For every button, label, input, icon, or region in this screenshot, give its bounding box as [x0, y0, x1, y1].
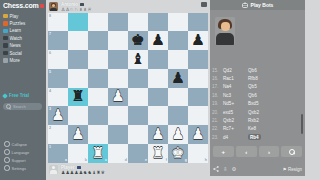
- square-d1[interactable]: d: [108, 144, 128, 163]
- rank-label-6: 6: [49, 51, 51, 55]
- social-icon: [3, 51, 8, 56]
- square-e2[interactable]: [128, 125, 148, 144]
- board-options-icon[interactable]: [201, 2, 207, 8]
- footer-item-label: Support: [12, 158, 26, 163]
- square-f3[interactable]: [148, 106, 168, 125]
- bottom-player-flag-icon: [77, 166, 81, 169]
- footer-item-support[interactable]: Support: [4, 157, 26, 163]
- more-icon: [3, 58, 8, 63]
- footer-item-collapse[interactable]: Collapse: [4, 141, 27, 147]
- play-bots-panel: Play Bots 15.Qd2Qb616.Rac1Rfb817.Na4Qb51…: [210, 0, 305, 176]
- square-c5[interactable]: [88, 69, 108, 88]
- square-f2[interactable]: ♟: [148, 125, 168, 144]
- rank-label-5: 5: [49, 70, 51, 74]
- black-move[interactable]: Qxb2: [248, 110, 259, 115]
- square-c8[interactable]: [88, 13, 108, 32]
- search-placeholder: Search: [13, 104, 26, 109]
- white-move[interactable]: exd5: [223, 110, 233, 115]
- black-pawn[interactable]: ♟: [168, 69, 188, 88]
- sidebar-item-label: Play: [10, 14, 19, 19]
- move-row: 22.Rc7+Ke8: [212, 125, 302, 133]
- collapse-icon: [4, 141, 10, 147]
- back-button[interactable]: ‹: [236, 146, 257, 157]
- sidebar-item-news[interactable]: News: [3, 42, 21, 49]
- footer-item-language[interactable]: Language: [4, 149, 29, 155]
- move-number: 21.: [212, 118, 223, 123]
- support-icon: [4, 157, 10, 163]
- chess-board: 87♚♟♟6♝5♟4♜♟3♟2♟♟♟♟1abc♜def♜g♚h: [48, 13, 208, 163]
- share-icon[interactable]: [213, 166, 219, 172]
- square-c2[interactable]: [88, 125, 108, 144]
- move-controls: + ‹ ›: [213, 146, 302, 157]
- square-b4[interactable]: ♜: [68, 88, 88, 107]
- square-d2[interactable]: [108, 125, 128, 144]
- black-move-current[interactable]: Rb4: [248, 134, 261, 140]
- move-number: 19.: [212, 101, 223, 106]
- move-number: 15.: [212, 68, 223, 73]
- move-row: 21.Qxb2Rxb2: [212, 116, 302, 124]
- sidebar: Chess.com PlayPuzzlesLearnWatchNewsSocia…: [0, 0, 46, 180]
- sidebar-item-label: Puzzles: [10, 21, 26, 26]
- square-a2[interactable]: 2: [48, 125, 68, 144]
- notification-badge: [40, 4, 44, 8]
- black-rook[interactable]: ♜: [68, 88, 88, 107]
- move-row: 15.Qd2Qb6: [212, 66, 302, 74]
- square-g7[interactable]: [168, 31, 188, 50]
- square-a6[interactable]: 6: [48, 50, 68, 69]
- square-e8[interactable]: [128, 13, 148, 32]
- footer-item-label: Settings: [12, 166, 26, 171]
- black-move[interactable]: Qb5: [248, 84, 257, 89]
- sidebar-item-more[interactable]: More: [3, 57, 20, 64]
- square-h7[interactable]: ♟: [188, 31, 208, 50]
- black-move[interactable]: Bxd5: [248, 101, 258, 106]
- sidebar-item-label: Social: [10, 51, 22, 56]
- square-h4[interactable]: [188, 88, 208, 107]
- white-pawn[interactable]: ♟: [148, 125, 168, 144]
- white-rook[interactable]: ♜: [148, 144, 168, 163]
- sidebar-item-label: More: [10, 58, 20, 63]
- square-f5[interactable]: [148, 69, 168, 88]
- square-h3[interactable]: [188, 106, 208, 125]
- white-pawn[interactable]: ♟: [48, 106, 68, 125]
- square-h1[interactable]: h: [188, 144, 208, 163]
- panel-header: Play Bots: [210, 0, 305, 10]
- square-c1[interactable]: c♜: [88, 144, 108, 163]
- bot-avatar[interactable]: [215, 17, 235, 45]
- move-number: 20.: [212, 110, 223, 115]
- rank-label-4: 4: [49, 89, 51, 93]
- black-move[interactable]: Rxb2: [248, 118, 259, 123]
- square-b1[interactable]: b: [68, 144, 88, 163]
- square-b7[interactable]: [68, 31, 88, 50]
- square-g6[interactable]: [168, 50, 188, 69]
- sidebar-item-label: Watch: [10, 36, 23, 41]
- move-row: 19.Nd5+Bxd5: [212, 100, 302, 108]
- rank-label-2: 2: [49, 126, 51, 130]
- move-number: 17.: [212, 84, 223, 89]
- white-pawn[interactable]: ♟: [188, 125, 208, 144]
- bottom-player-avatar[interactable]: [49, 165, 58, 174]
- file-label-e: e: [145, 158, 147, 162]
- top-player-name[interactable]: Antonio: [61, 2, 84, 7]
- square-a7[interactable]: 7: [48, 31, 68, 50]
- black-king[interactable]: ♚: [128, 31, 148, 50]
- rank-label-8: 8: [49, 14, 51, 18]
- sidebar-item-puzzles[interactable]: Puzzles: [3, 20, 25, 27]
- play-icon: [3, 14, 8, 19]
- move-row: 18.Nc3Qb6: [212, 91, 302, 99]
- white-move[interactable]: Na4: [223, 84, 231, 89]
- square-g8[interactable]: [168, 13, 188, 32]
- black-move[interactable]: Qb6: [248, 93, 257, 98]
- black-move[interactable]: Qb6: [248, 68, 257, 73]
- black-pawn[interactable]: ♟: [188, 31, 208, 50]
- search-icon: [6, 104, 11, 109]
- learn-icon: [3, 29, 8, 34]
- white-king[interactable]: ♚: [168, 144, 188, 163]
- square-b3[interactable]: [68, 106, 88, 125]
- settings-gear-icon[interactable]: ⚙: [232, 166, 237, 172]
- square-d4[interactable]: ♟: [108, 88, 128, 107]
- square-a3[interactable]: 3♟: [48, 106, 68, 125]
- panel-title: Play Bots: [251, 2, 274, 8]
- file-label-b: b: [85, 158, 87, 162]
- white-move[interactable]: Rac1: [223, 76, 234, 81]
- square-d7[interactable]: [108, 31, 128, 50]
- news-icon: [3, 43, 8, 48]
- white-move[interactable]: Qd2: [223, 68, 232, 73]
- sidebar-item-social[interactable]: Social: [3, 50, 22, 57]
- square-d6[interactable]: [108, 50, 128, 69]
- square-b2[interactable]: ♟: [68, 125, 88, 144]
- download-icon[interactable]: ⇩: [223, 166, 228, 172]
- square-f1[interactable]: f♜: [148, 144, 168, 163]
- file-label-d: d: [125, 158, 127, 162]
- white-move[interactable]: Nd5+: [223, 101, 234, 106]
- resign-button[interactable]: ⚑ Resign: [282, 167, 302, 172]
- chesscom-logo[interactable]: Chess.com: [3, 2, 44, 9]
- top-player-flag-icon: [80, 3, 84, 6]
- white-pawn[interactable]: ♟: [168, 125, 188, 144]
- bottom-player-bar: Player ♟♟♟♟♟♞♞♝♜♛: [48, 163, 208, 179]
- square-c6[interactable]: [88, 50, 108, 69]
- sidebar-item-label: Learn: [10, 28, 22, 33]
- bottom-player-captured-pieces: ♟♟♟♟♟♞♞♝♜♛: [61, 170, 105, 175]
- square-g4[interactable]: [168, 88, 188, 107]
- white-move[interactable]: Qxb2: [223, 118, 234, 123]
- move-row: 17.Na4Qb5: [212, 83, 302, 91]
- square-b5[interactable]: [68, 69, 88, 88]
- square-e1[interactable]: e: [128, 144, 148, 163]
- flag-icon: ⚑: [282, 167, 286, 172]
- white-pawn[interactable]: ♟: [68, 125, 88, 144]
- move-number: 23.: [212, 135, 223, 140]
- black-pawn[interactable]: ♟: [148, 31, 168, 50]
- bottom-player-name[interactable]: Player: [61, 165, 81, 170]
- sidebar-item-watch[interactable]: Watch: [3, 35, 22, 42]
- move-list-scrollbar[interactable]: [301, 114, 303, 134]
- black-bishop[interactable]: ♝: [128, 50, 148, 69]
- puzzles-icon: [3, 21, 8, 26]
- white-move[interactable]: Rc7+: [223, 126, 234, 131]
- diamond-icon: [2, 93, 8, 99]
- square-b6[interactable]: [68, 50, 88, 69]
- white-rook[interactable]: ♜: [88, 144, 108, 163]
- panel-footer: ⇩ ⚙ ⚑ Resign: [213, 164, 302, 174]
- square-d8[interactable]: [108, 13, 128, 32]
- search-input[interactable]: Search: [3, 103, 42, 110]
- square-e4[interactable]: [128, 88, 148, 107]
- square-c7[interactable]: [88, 31, 108, 50]
- move-number: 22.: [212, 126, 223, 131]
- white-move[interactable]: Nc3: [223, 93, 231, 98]
- analysis-button[interactable]: [281, 146, 302, 157]
- top-player-bar: Antonio ♙♙♘♘♗♗♕: [48, 0, 208, 12]
- forward-button[interactable]: ›: [259, 146, 280, 157]
- move-row: 16.Rac1Rfb8: [212, 74, 302, 82]
- sidebar-item-learn[interactable]: Learn: [3, 27, 21, 34]
- move-number: 16.: [212, 76, 223, 81]
- square-a5[interactable]: 5: [48, 69, 68, 88]
- square-f6[interactable]: [148, 50, 168, 69]
- top-player-avatar[interactable]: [49, 2, 58, 11]
- square-g1[interactable]: g♚: [168, 144, 188, 163]
- square-a1[interactable]: 1a: [48, 144, 68, 163]
- square-g3[interactable]: [168, 106, 188, 125]
- square-f4[interactable]: [148, 88, 168, 107]
- square-c4[interactable]: [88, 88, 108, 107]
- square-d3[interactable]: [108, 106, 128, 125]
- move-number: 18.: [212, 93, 223, 98]
- move-list: 15.Qd2Qb616.Rac1Rfb817.Na4Qb518.Nc3Qb619…: [212, 66, 302, 144]
- square-e6[interactable]: ♝: [128, 50, 148, 69]
- white-pawn[interactable]: ♟: [108, 88, 128, 107]
- language-icon: [4, 149, 10, 155]
- file-label-h: h: [205, 158, 207, 162]
- free-trial-label: Free Trial: [9, 93, 29, 98]
- square-a4[interactable]: 4: [48, 88, 68, 107]
- square-h8[interactable]: [188, 13, 208, 32]
- square-b8[interactable]: [68, 13, 88, 32]
- rank-label-1: 1: [49, 145, 51, 149]
- sidebar-item-play[interactable]: Play: [3, 13, 18, 20]
- square-h6[interactable]: [188, 50, 208, 69]
- rank-label-7: 7: [49, 32, 51, 36]
- footer-item-label: Language: [12, 150, 30, 155]
- square-c3[interactable]: [88, 106, 108, 125]
- robot-icon: [242, 2, 248, 8]
- watch-icon: [3, 36, 8, 41]
- black-move[interactable]: Ke8: [248, 126, 256, 131]
- footer-item-label: Collapse: [12, 142, 28, 147]
- square-e5[interactable]: [128, 69, 148, 88]
- file-label-a: a: [65, 158, 67, 162]
- square-a8[interactable]: 8: [48, 13, 68, 32]
- footer-item-settings[interactable]: Settings: [4, 165, 26, 171]
- square-g2[interactable]: ♟: [168, 125, 188, 144]
- move-row: 20.exd5Qxb2: [212, 108, 302, 116]
- square-h5[interactable]: [188, 69, 208, 88]
- settings-icon: [4, 165, 10, 171]
- square-h2[interactable]: ♟: [188, 125, 208, 144]
- square-e3[interactable]: [128, 106, 148, 125]
- black-move[interactable]: Rfb8: [248, 76, 258, 81]
- magnifier-icon: [289, 149, 295, 155]
- move-row: 23.d4Rb4: [212, 133, 302, 141]
- square-e7[interactable]: ♚: [128, 31, 148, 50]
- top-player-captured-pieces: ♙♙♘♘♗♗♕: [61, 7, 92, 12]
- square-d5[interactable]: [108, 69, 128, 88]
- add-button[interactable]: +: [213, 146, 234, 157]
- sidebar-item-label: News: [10, 43, 21, 48]
- square-g5[interactable]: ♟: [168, 69, 188, 88]
- free-trial-link[interactable]: Free Trial: [3, 93, 29, 98]
- white-move[interactable]: d4: [223, 135, 228, 140]
- square-f8[interactable]: [148, 13, 168, 32]
- square-f7[interactable]: ♟: [148, 31, 168, 50]
